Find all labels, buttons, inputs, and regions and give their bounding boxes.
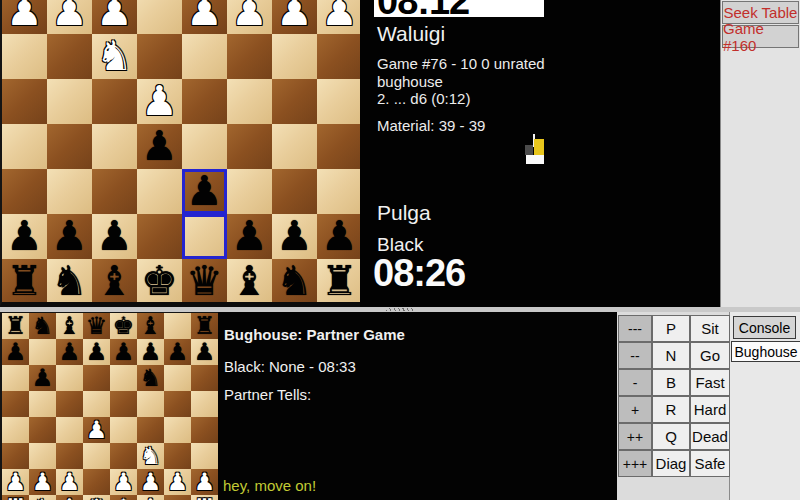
main-board: ♜♝♚♛♝♞♜♟♟♟♟♟♟♟♞♟♟♟♟♟♟♟♟♟♜♞♝♚♛♝♞♜ — [0, 0, 360, 307]
black-clock: 08:26 — [373, 252, 465, 295]
square-c5[interactable] — [227, 124, 272, 169]
white-pawn[interactable]: ♟ — [5, 470, 27, 494]
square-a3[interactable] — [2, 443, 29, 469]
square-a7[interactable]: ♟ — [2, 339, 29, 365]
square-e4[interactable]: ♟ — [137, 79, 182, 124]
square-d8[interactable]: ♛ — [83, 313, 110, 339]
square-c4[interactable] — [227, 79, 272, 124]
square-c7[interactable]: ♟ — [56, 339, 83, 365]
white-rook[interactable]: ♜ — [5, 496, 27, 500]
square-e1[interactable]: ♚ — [110, 495, 137, 500]
black-pawn[interactable]: ♟ — [186, 171, 223, 212]
square-e5[interactable] — [110, 391, 137, 417]
action-button-dead[interactable]: Dead — [690, 423, 730, 450]
action-button-fast[interactable]: Fast — [690, 369, 730, 396]
square-f8[interactable]: ♝ — [137, 313, 164, 339]
white-pawn[interactable]: ♟ — [6, 0, 43, 32]
black-player-name: Pulga — [377, 201, 431, 225]
white-pawn[interactable]: ♟ — [140, 470, 162, 494]
top-right-toolbar: Seek Table Game #160 — [720, 0, 800, 307]
black-knight[interactable]: ♞ — [32, 314, 54, 338]
square-f2[interactable]: ♟ — [137, 469, 164, 495]
square-b2[interactable]: ♟ — [272, 0, 317, 34]
square-a3[interactable] — [317, 34, 360, 79]
square-g6[interactable] — [47, 169, 92, 214]
square-e7[interactable]: ♟ — [110, 339, 137, 365]
white-pawn[interactable]: ♟ — [167, 470, 189, 494]
game-description-line2: bughouse — [377, 73, 443, 90]
white-pawn[interactable]: ♟ — [32, 470, 54, 494]
black-bishop[interactable]: ♝ — [96, 261, 133, 302]
white-pawn[interactable]: ♟ — [86, 418, 108, 442]
square-b7[interactable]: ♟ — [272, 214, 317, 259]
square-f4[interactable] — [137, 417, 164, 443]
square-b8[interactable]: ♞ — [29, 313, 56, 339]
piece-button-r[interactable]: R — [652, 396, 690, 423]
material-count: Material: 39 - 39 — [377, 117, 485, 134]
square-d4[interactable] — [182, 79, 227, 124]
square-g3[interactable] — [164, 443, 191, 469]
adjust-button----[interactable]: --- — [618, 315, 652, 342]
white-pawn[interactable]: ♟ — [51, 0, 88, 32]
black-knight[interactable]: ♞ — [140, 366, 162, 390]
square-c2[interactable]: ♟ — [227, 0, 272, 34]
black-pawn[interactable]: ♟ — [6, 216, 43, 257]
white-pawn[interactable]: ♟ — [194, 470, 216, 494]
square-f2[interactable]: ♟ — [92, 0, 137, 34]
square-f5[interactable] — [92, 124, 137, 169]
square-b1[interactable]: ♞ — [29, 495, 56, 500]
square-a5[interactable] — [2, 391, 29, 417]
square-e7[interactable] — [137, 214, 182, 259]
square-g1[interactable] — [164, 495, 191, 500]
holdings-icon-white-block — [526, 155, 544, 164]
square-a6[interactable] — [2, 365, 29, 391]
square-d3[interactable] — [83, 443, 110, 469]
black-rook[interactable]: ♜ — [5, 314, 27, 338]
adjust-button---[interactable]: -- — [618, 342, 652, 369]
adjust-button-++[interactable]: ++ — [618, 423, 652, 450]
adjust-button--[interactable]: - — [618, 369, 652, 396]
holdings-icon-yellow-block — [534, 139, 544, 155]
white-pawn[interactable]: ♟ — [321, 0, 358, 32]
square-a5[interactable] — [317, 124, 360, 169]
white-rook[interactable]: ♜ — [194, 496, 216, 500]
adjust-button-+++[interactable]: +++ — [618, 450, 652, 477]
square-g2[interactable]: ♟ — [47, 0, 92, 34]
partner-status-line: Black: None - 08:33 — [224, 358, 356, 375]
game-info-panel: 08:12 Waluigi Game #76 - 10 0 unrated bu… — [360, 0, 720, 307]
square-b3[interactable] — [272, 34, 317, 79]
square-a1[interactable]: ♜ — [2, 495, 29, 500]
black-knight[interactable]: ♞ — [51, 261, 88, 302]
square-d6[interactable] — [83, 365, 110, 391]
white-pawn[interactable]: ♟ — [59, 470, 81, 494]
black-queen[interactable]: ♛ — [86, 314, 108, 338]
square-e5[interactable]: ♟ — [137, 124, 182, 169]
black-pawn[interactable]: ♟ — [5, 340, 27, 364]
square-b8[interactable]: ♞ — [272, 259, 317, 304]
square-b4[interactable] — [272, 79, 317, 124]
piece-button-p[interactable]: P — [652, 315, 690, 342]
black-bishop[interactable]: ♝ — [231, 261, 268, 302]
game-number-button[interactable]: Game #160 — [722, 25, 799, 48]
square-e2[interactable]: ♟ — [110, 469, 137, 495]
partner-board: ♜♞♝♛♚♝♜♟♟♟♟♟♟♟♟♞♟♞♟♟♟♟♟♟♟♜♞♝♛♚♝♜ — [0, 312, 218, 500]
game-description-line1: Game #76 - 10 0 unrated — [377, 55, 545, 72]
square-b5[interactable] — [29, 391, 56, 417]
last-move-text: 2. ... d6 (0:12) — [377, 90, 470, 107]
square-c7[interactable]: ♟ — [227, 214, 272, 259]
black-king[interactable]: ♚ — [113, 314, 135, 338]
action-button-hard[interactable]: Hard — [690, 396, 730, 423]
square-f7[interactable]: ♟ — [137, 339, 164, 365]
square-h5[interactable] — [2, 124, 47, 169]
square-g5[interactable] — [164, 391, 191, 417]
white-pawn[interactable]: ♟ — [96, 0, 133, 32]
white-knight[interactable]: ♞ — [140, 444, 162, 468]
black-pawn[interactable]: ♟ — [113, 340, 135, 364]
tab-console[interactable]: Console — [733, 316, 796, 339]
square-d1[interactable]: ♛ — [83, 495, 110, 500]
white-pawn[interactable]: ♟ — [113, 470, 135, 494]
square-e2[interactable] — [137, 0, 182, 34]
black-king[interactable]: ♚ — [141, 261, 178, 302]
square-a4[interactable] — [317, 79, 360, 124]
square-g2[interactable]: ♟ — [164, 469, 191, 495]
piece-button-n[interactable]: N — [652, 342, 690, 369]
partner-board-grid: ♜♞♝♛♚♝♜♟♟♟♟♟♟♟♟♞♟♞♟♟♟♟♟♟♟♜♞♝♛♚♝♜ — [2, 313, 218, 500]
square-f3[interactable]: ♞ — [92, 34, 137, 79]
black-bishop[interactable]: ♝ — [140, 314, 162, 338]
square-d8[interactable]: ♛ — [182, 259, 227, 304]
white-pawn[interactable]: ♟ — [141, 81, 178, 122]
square-f6[interactable] — [92, 169, 137, 214]
action-button-safe[interactable]: Safe — [690, 450, 730, 477]
square-b4[interactable] — [29, 417, 56, 443]
square-g7[interactable]: ♟ — [164, 339, 191, 365]
square-h8[interactable]: ♜ — [2, 259, 47, 304]
square-d7[interactable]: ♟ — [83, 339, 110, 365]
white-player-name: Waluigi — [377, 22, 445, 46]
square-h6[interactable] — [2, 169, 47, 214]
square-e4[interactable] — [110, 417, 137, 443]
black-pawn[interactable]: ♟ — [140, 340, 162, 364]
square-d3[interactable] — [182, 34, 227, 79]
black-queen[interactable]: ♛ — [186, 261, 223, 302]
command-grid: ---PSit--NGo-BFast+RHard++QDead+++DiagSa… — [618, 315, 730, 477]
white-clock: 08:12 — [374, 0, 544, 17]
main-board-grid: ♜♝♚♛♝♞♜♟♟♟♟♟♟♟♞♟♟♟♟♟♟♟♟♟♜♞♝♚♛♝♞♜ — [2, 0, 360, 304]
black-pawn[interactable]: ♟ — [231, 216, 268, 257]
partner-panel-title: Bughouse: Partner Game — [224, 326, 405, 343]
bughouse-client-window: ♜♝♚♛♝♞♜♟♟♟♟♟♟♟♞♟♟♟♟♟♟♟♟♟♜♞♝♚♛♝♞♜ 08:12 W… — [0, 0, 800, 500]
splitter-handle[interactable] — [386, 308, 416, 311]
black-pawn[interactable]: ♟ — [167, 340, 189, 364]
square-h2[interactable]: ♟ — [2, 0, 47, 34]
black-pawn[interactable]: ♟ — [59, 340, 81, 364]
square-b6[interactable]: ♟ — [29, 365, 56, 391]
control-panel: ---PSit--NGo-BFast+RHard++QDead+++DiagSa… — [617, 312, 800, 500]
white-pawn[interactable]: ♟ — [231, 0, 268, 32]
black-pawn[interactable]: ♟ — [86, 340, 108, 364]
square-b7[interactable] — [29, 339, 56, 365]
square-h7[interactable]: ♟ — [191, 339, 218, 365]
square-d2[interactable] — [83, 469, 110, 495]
black-rook[interactable]: ♜ — [6, 261, 43, 302]
white-pawn[interactable]: ♟ — [276, 0, 313, 32]
white-clock-time: 08:12 — [374, 0, 544, 17]
square-c8[interactable]: ♝ — [56, 313, 83, 339]
square-a6[interactable] — [317, 169, 360, 214]
black-pawn[interactable]: ♟ — [276, 216, 313, 257]
square-g3[interactable] — [47, 34, 92, 79]
white-bishop[interactable]: ♝ — [140, 496, 162, 500]
square-f5[interactable] — [137, 391, 164, 417]
square-g4[interactable] — [164, 417, 191, 443]
action-button-sit[interactable]: Sit — [690, 315, 730, 342]
square-h5[interactable] — [191, 391, 218, 417]
black-rook[interactable]: ♜ — [321, 261, 358, 302]
square-c4[interactable] — [56, 417, 83, 443]
square-c3[interactable] — [227, 34, 272, 79]
square-c5[interactable] — [56, 391, 83, 417]
square-d7[interactable] — [182, 214, 227, 259]
white-queen[interactable]: ♛ — [86, 496, 108, 500]
square-g8[interactable] — [164, 313, 191, 339]
black-rook[interactable]: ♜ — [194, 314, 216, 338]
adjust-button-+[interactable]: + — [618, 396, 652, 423]
white-king[interactable]: ♚ — [113, 496, 135, 500]
square-f3[interactable]: ♞ — [137, 443, 164, 469]
black-pawn[interactable]: ♟ — [32, 366, 54, 390]
square-h2[interactable]: ♟ — [191, 469, 218, 495]
square-f7[interactable]: ♟ — [92, 214, 137, 259]
square-h3[interactable] — [2, 34, 47, 79]
square-f4[interactable] — [92, 79, 137, 124]
square-b2[interactable]: ♟ — [29, 469, 56, 495]
square-e3[interactable] — [110, 443, 137, 469]
square-h4[interactable] — [191, 417, 218, 443]
square-d4[interactable]: ♟ — [83, 417, 110, 443]
piece-button-diag[interactable]: Diag — [652, 450, 690, 477]
square-h6[interactable] — [191, 365, 218, 391]
square-e8[interactable]: ♚ — [110, 313, 137, 339]
square-h1[interactable]: ♜ — [191, 495, 218, 500]
square-c8[interactable]: ♝ — [227, 259, 272, 304]
square-a2[interactable]: ♟ — [2, 469, 29, 495]
holdings-icon-gray-block — [525, 145, 533, 155]
square-h8[interactable]: ♜ — [191, 313, 218, 339]
square-g4[interactable] — [47, 79, 92, 124]
square-h7[interactable]: ♟ — [2, 214, 47, 259]
square-b5[interactable] — [272, 124, 317, 169]
square-f6[interactable]: ♞ — [137, 365, 164, 391]
piece-button-b[interactable]: B — [652, 369, 690, 396]
square-g5[interactable] — [47, 124, 92, 169]
square-f8[interactable]: ♝ — [92, 259, 137, 304]
square-e6[interactable] — [137, 169, 182, 214]
square-b3[interactable] — [29, 443, 56, 469]
square-d6[interactable]: ♟ — [182, 169, 227, 214]
square-b6[interactable] — [272, 169, 317, 214]
square-h4[interactable] — [2, 79, 47, 124]
white-knight[interactable]: ♞ — [96, 36, 133, 77]
black-pawn[interactable]: ♟ — [141, 126, 178, 167]
square-g8[interactable]: ♞ — [47, 259, 92, 304]
white-pawn[interactable]: ♟ — [186, 0, 223, 32]
square-e8[interactable]: ♚ — [137, 259, 182, 304]
square-a7[interactable]: ♟ — [317, 214, 360, 259]
square-e3[interactable] — [137, 34, 182, 79]
square-c3[interactable] — [56, 443, 83, 469]
white-knight[interactable]: ♞ — [32, 496, 54, 500]
black-pawn[interactable]: ♟ — [96, 216, 133, 257]
white-bishop[interactable]: ♝ — [59, 496, 81, 500]
square-a4[interactable] — [2, 417, 29, 443]
square-d5[interactable] — [182, 124, 227, 169]
square-f1[interactable]: ♝ — [137, 495, 164, 500]
partner-chat-message: hey, move on! — [223, 477, 316, 494]
action-button-go[interactable]: Go — [690, 342, 730, 369]
square-e6[interactable] — [110, 365, 137, 391]
square-a2[interactable]: ♟ — [317, 0, 360, 34]
tab-bughouse[interactable]: Bughouse — [731, 341, 800, 362]
partner-info-panel: Bughouse: Partner Game Black: None - 08:… — [218, 312, 617, 500]
square-a8[interactable]: ♜ — [2, 313, 29, 339]
square-c1[interactable]: ♝ — [56, 495, 83, 500]
piece-holdings-icon — [524, 134, 546, 165]
square-c2[interactable]: ♟ — [56, 469, 83, 495]
square-h3[interactable] — [191, 443, 218, 469]
square-c6[interactable] — [56, 365, 83, 391]
black-pawn[interactable]: ♟ — [321, 216, 358, 257]
square-g6[interactable] — [164, 365, 191, 391]
partner-tells-label: Partner Tells: — [224, 386, 311, 403]
black-pawn[interactable]: ♟ — [51, 216, 88, 257]
square-a8[interactable]: ♜ — [317, 259, 360, 304]
square-g7[interactable]: ♟ — [47, 214, 92, 259]
square-d2[interactable]: ♟ — [182, 0, 227, 34]
black-bishop[interactable]: ♝ — [59, 314, 81, 338]
black-pawn[interactable]: ♟ — [194, 340, 216, 364]
piece-button-q[interactable]: Q — [652, 423, 690, 450]
black-knight[interactable]: ♞ — [276, 261, 313, 302]
square-c6[interactable] — [227, 169, 272, 214]
square-d5[interactable] — [83, 391, 110, 417]
